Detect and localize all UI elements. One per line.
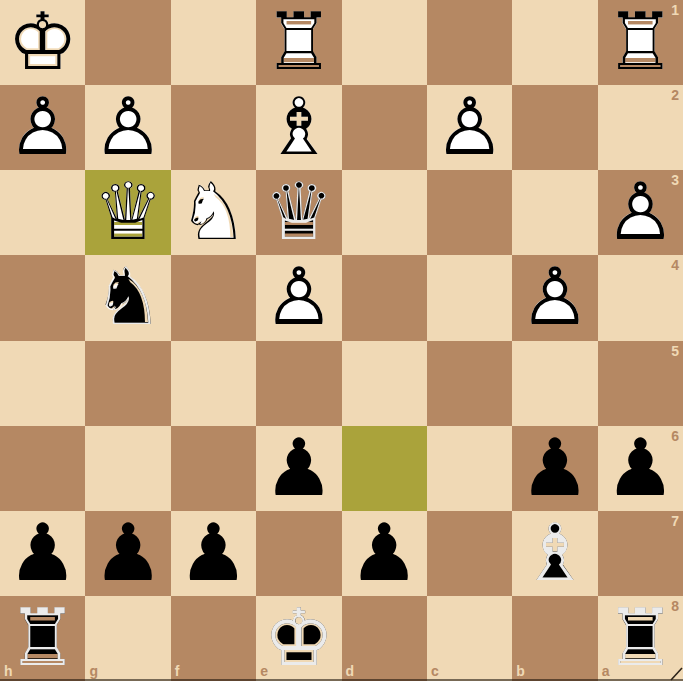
square-g2[interactable]: ♟♙ bbox=[85, 85, 170, 170]
white-queen[interactable]: ♛♕ bbox=[85, 170, 170, 255]
black-pawn[interactable]: ♟ bbox=[85, 511, 170, 596]
square-e5[interactable] bbox=[256, 341, 341, 426]
black-pawn[interactable]: ♟ bbox=[0, 511, 85, 596]
square-d8[interactable]: d bbox=[342, 596, 427, 681]
rank-label-4: 4 bbox=[671, 258, 679, 272]
black-pawn-glyph: ♟ bbox=[263, 426, 334, 511]
square-c6[interactable] bbox=[427, 426, 512, 511]
white-rook-outline: ♖ bbox=[263, 0, 334, 85]
black-knight-outline: ♘ bbox=[93, 255, 164, 340]
white-pawn[interactable]: ♟♙ bbox=[85, 85, 170, 170]
black-pawn[interactable]: ♟ bbox=[598, 426, 683, 511]
square-d5[interactable] bbox=[342, 341, 427, 426]
square-c1[interactable] bbox=[427, 0, 512, 85]
square-h6[interactable] bbox=[0, 426, 85, 511]
black-rook-outline: ♖ bbox=[605, 596, 676, 681]
file-label-d: d bbox=[346, 664, 355, 678]
square-g5[interactable] bbox=[85, 341, 170, 426]
white-king[interactable]: ♚♔ bbox=[0, 0, 85, 85]
file-label-g: g bbox=[89, 664, 98, 678]
file-label-c: c bbox=[431, 664, 439, 678]
black-pawn-glyph: ♟ bbox=[349, 511, 420, 596]
white-pawn[interactable]: ♟♙ bbox=[0, 85, 85, 170]
white-knight-outline: ♘ bbox=[178, 170, 249, 255]
white-knight[interactable]: ♞♘ bbox=[171, 170, 256, 255]
board-resize-handle-icon[interactable] bbox=[669, 667, 683, 681]
square-f2[interactable] bbox=[171, 85, 256, 170]
square-e3[interactable]: ♛♕ bbox=[256, 170, 341, 255]
square-d4[interactable] bbox=[342, 255, 427, 340]
square-c3[interactable] bbox=[427, 170, 512, 255]
black-pawn[interactable]: ♟ bbox=[512, 426, 597, 511]
square-g1[interactable] bbox=[85, 0, 170, 85]
rank-label-2: 2 bbox=[671, 88, 679, 102]
white-rook[interactable]: ♜♖ bbox=[256, 0, 341, 85]
square-f1[interactable] bbox=[171, 0, 256, 85]
black-king-outline: ♔ bbox=[263, 596, 334, 681]
square-c4[interactable] bbox=[427, 255, 512, 340]
square-a1[interactable]: 1♜♖ bbox=[598, 0, 683, 85]
white-pawn[interactable]: ♟♙ bbox=[598, 170, 683, 255]
square-d3[interactable] bbox=[342, 170, 427, 255]
square-g4[interactable]: ♞♘ bbox=[85, 255, 170, 340]
white-rook[interactable]: ♜♖ bbox=[598, 0, 683, 85]
square-b4[interactable]: ♟♙ bbox=[512, 255, 597, 340]
square-f6[interactable] bbox=[171, 426, 256, 511]
black-queen-outline: ♕ bbox=[263, 170, 334, 255]
white-pawn-outline: ♙ bbox=[263, 255, 334, 340]
white-pawn-outline: ♙ bbox=[605, 170, 676, 255]
square-g6[interactable] bbox=[85, 426, 170, 511]
square-e6[interactable]: ♟ bbox=[256, 426, 341, 511]
white-pawn[interactable]: ♟♙ bbox=[512, 255, 597, 340]
square-a4[interactable]: 4 bbox=[598, 255, 683, 340]
square-h8[interactable]: h♜♖ bbox=[0, 596, 85, 681]
black-bishop-outline: ♗ bbox=[520, 511, 591, 596]
black-bishop[interactable]: ♝♗ bbox=[512, 511, 597, 596]
square-d7[interactable]: ♟ bbox=[342, 511, 427, 596]
square-a5[interactable]: 5 bbox=[598, 341, 683, 426]
square-b3[interactable] bbox=[512, 170, 597, 255]
square-c8[interactable]: c bbox=[427, 596, 512, 681]
square-f8[interactable]: f bbox=[171, 596, 256, 681]
square-e4[interactable]: ♟♙ bbox=[256, 255, 341, 340]
white-pawn-outline: ♙ bbox=[93, 85, 164, 170]
square-c7[interactable] bbox=[427, 511, 512, 596]
white-queen-outline: ♕ bbox=[93, 170, 164, 255]
square-a2[interactable]: 2 bbox=[598, 85, 683, 170]
square-f3[interactable]: ♞♘ bbox=[171, 170, 256, 255]
chess-board-container: ♚♔♜♖1♜♖♟♙♟♙♝♗♟♙2♛♕♞♘♛♕3♟♙♞♘♟♙♟♙45♟♟6♟♟♟♟… bbox=[0, 0, 683, 681]
square-a6[interactable]: 6♟ bbox=[598, 426, 683, 511]
square-d2[interactable] bbox=[342, 85, 427, 170]
black-rook-outline: ♖ bbox=[7, 596, 78, 681]
white-bishop[interactable]: ♝♗ bbox=[256, 85, 341, 170]
square-b7[interactable]: ♝♗ bbox=[512, 511, 597, 596]
square-a7[interactable]: 7 bbox=[598, 511, 683, 596]
white-rook-outline: ♖ bbox=[605, 0, 676, 85]
square-e2[interactable]: ♝♗ bbox=[256, 85, 341, 170]
black-pawn-glyph: ♟ bbox=[7, 511, 78, 596]
square-h7[interactable]: ♟ bbox=[0, 511, 85, 596]
black-pawn-glyph: ♟ bbox=[93, 511, 164, 596]
square-f7[interactable]: ♟ bbox=[171, 511, 256, 596]
black-pawn[interactable]: ♟ bbox=[342, 511, 427, 596]
black-knight[interactable]: ♞♘ bbox=[85, 255, 170, 340]
square-h1[interactable]: ♚♔ bbox=[0, 0, 85, 85]
square-b5[interactable] bbox=[512, 341, 597, 426]
square-h2[interactable]: ♟♙ bbox=[0, 85, 85, 170]
square-b6[interactable]: ♟ bbox=[512, 426, 597, 511]
square-f5[interactable] bbox=[171, 341, 256, 426]
white-pawn[interactable]: ♟♙ bbox=[256, 255, 341, 340]
white-bishop-outline: ♗ bbox=[263, 85, 334, 170]
square-d6[interactable] bbox=[342, 426, 427, 511]
file-label-b: b bbox=[516, 664, 525, 678]
white-king-outline: ♔ bbox=[7, 0, 78, 85]
square-h4[interactable] bbox=[0, 255, 85, 340]
square-g3[interactable]: ♛♕ bbox=[85, 170, 170, 255]
rank-label-7: 7 bbox=[671, 514, 679, 528]
square-e1[interactable]: ♜♖ bbox=[256, 0, 341, 85]
black-pawn-glyph: ♟ bbox=[605, 426, 676, 511]
square-e7[interactable] bbox=[256, 511, 341, 596]
square-b1[interactable] bbox=[512, 0, 597, 85]
black-queen[interactable]: ♛♕ bbox=[256, 170, 341, 255]
square-d1[interactable] bbox=[342, 0, 427, 85]
square-a3[interactable]: 3♟♙ bbox=[598, 170, 683, 255]
square-b8[interactable]: b bbox=[512, 596, 597, 681]
white-pawn[interactable]: ♟♙ bbox=[427, 85, 512, 170]
square-e8[interactable]: e♚♔ bbox=[256, 596, 341, 681]
black-pawn-glyph: ♟ bbox=[520, 426, 591, 511]
file-label-f: f bbox=[175, 664, 180, 678]
square-h3[interactable] bbox=[0, 170, 85, 255]
black-pawn[interactable]: ♟ bbox=[256, 426, 341, 511]
square-h5[interactable] bbox=[0, 341, 85, 426]
black-rook[interactable]: ♜♖ bbox=[0, 596, 85, 681]
white-pawn-outline: ♙ bbox=[520, 255, 591, 340]
chess-board: ♚♔♜♖1♜♖♟♙♟♙♝♗♟♙2♛♕♞♘♛♕3♟♙♞♘♟♙♟♙45♟♟6♟♟♟♟… bbox=[0, 0, 683, 681]
rank-label-5: 5 bbox=[671, 344, 679, 358]
square-b2[interactable] bbox=[512, 85, 597, 170]
white-pawn-outline: ♙ bbox=[434, 85, 505, 170]
black-pawn-glyph: ♟ bbox=[178, 511, 249, 596]
square-g7[interactable]: ♟ bbox=[85, 511, 170, 596]
black-king[interactable]: ♚♔ bbox=[256, 596, 341, 681]
black-pawn[interactable]: ♟ bbox=[171, 511, 256, 596]
square-f4[interactable] bbox=[171, 255, 256, 340]
square-c2[interactable]: ♟♙ bbox=[427, 85, 512, 170]
square-g8[interactable]: g bbox=[85, 596, 170, 681]
white-pawn-outline: ♙ bbox=[7, 85, 78, 170]
square-c5[interactable] bbox=[427, 341, 512, 426]
